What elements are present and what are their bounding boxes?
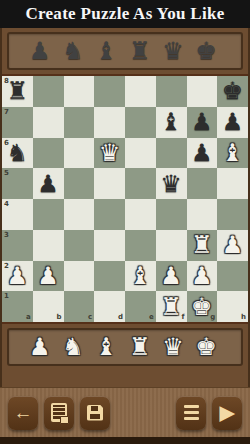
- square-f5[interactable]: ♛: [156, 168, 187, 199]
- square-a2[interactable]: 2♟: [2, 261, 33, 292]
- square-b1[interactable]: b: [33, 291, 64, 322]
- square-c4[interactable]: [64, 199, 95, 230]
- tray-white-king[interactable]: ♚: [195, 335, 217, 359]
- bottom-edge: [0, 437, 250, 444]
- floppy-disk-icon: [87, 405, 103, 421]
- piece-white-pawn-h3[interactable]: ♟: [222, 233, 244, 257]
- square-g4[interactable]: [187, 199, 218, 230]
- white-piece-tray: ♟♞♝♜♛♚: [7, 328, 243, 366]
- piece-white-rook-f1[interactable]: ♜: [160, 295, 182, 319]
- square-h2[interactable]: [217, 261, 248, 292]
- square-b2[interactable]: ♟: [33, 261, 64, 292]
- square-e5[interactable]: [125, 168, 156, 199]
- tray-black-knight[interactable]: ♞: [62, 39, 84, 63]
- piece-white-bishop-e2[interactable]: ♝: [130, 264, 152, 288]
- tray-black-king[interactable]: ♚: [195, 39, 217, 63]
- rank-label-1: 1: [4, 292, 9, 300]
- tray-black-pawn[interactable]: ♟: [29, 39, 51, 63]
- rank-label-5: 5: [4, 169, 9, 177]
- piece-white-bishop-h6[interactable]: ♝: [222, 141, 244, 165]
- square-c3[interactable]: [64, 230, 95, 261]
- square-g3[interactable]: ♜: [187, 230, 218, 261]
- square-f2[interactable]: ♟: [156, 261, 187, 292]
- puzzle-editor-area: ♟♞♝♜♛♚ 8♜♚7♝♟♟6♞♛♟♝5♟♛43♜♟2♟♟♝♟♟1abcdef♜…: [0, 28, 250, 387]
- piece-black-king-h8[interactable]: ♚: [222, 79, 244, 103]
- square-d3[interactable]: [94, 230, 125, 261]
- square-g7[interactable]: ♟: [187, 107, 218, 138]
- file-label-c: c: [88, 313, 92, 321]
- square-d8[interactable]: [94, 76, 125, 107]
- square-d2[interactable]: [94, 261, 125, 292]
- square-c2[interactable]: [64, 261, 95, 292]
- square-f7[interactable]: ♝: [156, 107, 187, 138]
- square-a4[interactable]: 4: [2, 199, 33, 230]
- square-h8[interactable]: ♚: [217, 76, 248, 107]
- back-button[interactable]: ←: [8, 396, 38, 430]
- piece-black-pawn-g6[interactable]: ♟: [191, 141, 213, 165]
- back-arrow-icon: ←: [14, 403, 33, 422]
- piece-black-rook-a8[interactable]: ♜: [7, 79, 29, 103]
- square-c5[interactable]: [64, 168, 95, 199]
- square-e3[interactable]: [125, 230, 156, 261]
- square-a3[interactable]: 3: [2, 230, 33, 261]
- rank-label-7: 7: [4, 108, 9, 116]
- toolbar: ←▶: [0, 387, 250, 437]
- square-g2[interactable]: ♟: [187, 261, 218, 292]
- piece-white-pawn-b2[interactable]: ♟: [37, 264, 59, 288]
- piece-white-pawn-f2[interactable]: ♟: [160, 264, 182, 288]
- page-title: Create Puzzle As You Like: [25, 4, 224, 24]
- tray-white-queen[interactable]: ♛: [162, 335, 184, 359]
- square-d6[interactable]: ♛: [94, 138, 125, 169]
- tray-black-queen[interactable]: ♛: [162, 39, 184, 63]
- menu-button[interactable]: [176, 396, 206, 430]
- square-e4[interactable]: [125, 199, 156, 230]
- tray-white-rook[interactable]: ♜: [129, 335, 151, 359]
- square-h7[interactable]: ♟: [217, 107, 248, 138]
- black-tray-zone: ♟♞♝♜♛♚: [2, 28, 248, 74]
- wood-spacer: [2, 370, 248, 387]
- square-d7[interactable]: [94, 107, 125, 138]
- square-e2[interactable]: ♝: [125, 261, 156, 292]
- square-e6[interactable]: [125, 138, 156, 169]
- square-a5[interactable]: 5: [2, 168, 33, 199]
- square-g5[interactable]: [187, 168, 218, 199]
- square-h5[interactable]: [217, 168, 248, 199]
- square-h3[interactable]: ♟: [217, 230, 248, 261]
- square-h6[interactable]: ♝: [217, 138, 248, 169]
- square-b7[interactable]: [33, 107, 64, 138]
- square-d4[interactable]: [94, 199, 125, 230]
- file-label-b: b: [56, 313, 61, 321]
- notes-icon: [51, 403, 67, 422]
- square-a7[interactable]: 7: [2, 107, 33, 138]
- square-c7[interactable]: [64, 107, 95, 138]
- square-b4[interactable]: [33, 199, 64, 230]
- file-label-f: f: [181, 313, 184, 321]
- black-piece-tray: ♟♞♝♜♛♚: [7, 32, 243, 70]
- square-c8[interactable]: [64, 76, 95, 107]
- square-b8[interactable]: [33, 76, 64, 107]
- piece-white-rook-g3[interactable]: ♜: [191, 233, 213, 257]
- square-a6[interactable]: 6♞: [2, 138, 33, 169]
- square-c1[interactable]: c: [64, 291, 95, 322]
- square-e7[interactable]: [125, 107, 156, 138]
- square-b5[interactable]: ♟: [33, 168, 64, 199]
- piece-black-pawn-b5[interactable]: ♟: [37, 172, 59, 196]
- tray-white-bishop[interactable]: ♝: [96, 335, 118, 359]
- piece-black-queen-f5[interactable]: ♛: [160, 172, 182, 196]
- square-f1[interactable]: f♜: [156, 291, 187, 322]
- notes-button[interactable]: [44, 396, 74, 430]
- white-tray-zone: ♟♞♝♜♛♚: [2, 324, 248, 370]
- square-b3[interactable]: [33, 230, 64, 261]
- play-button[interactable]: ▶: [212, 396, 242, 430]
- square-e1[interactable]: e: [125, 291, 156, 322]
- square-h1[interactable]: h: [217, 291, 248, 322]
- title-bar: Create Puzzle As You Like: [0, 0, 250, 28]
- square-d5[interactable]: [94, 168, 125, 199]
- piece-white-pawn-g2[interactable]: ♟: [191, 264, 213, 288]
- square-a8[interactable]: 8♜: [2, 76, 33, 107]
- chess-board: 8♜♚7♝♟♟6♞♛♟♝5♟♛43♜♟2♟♟♝♟♟1abcdef♜g♚h: [2, 76, 248, 322]
- square-d1[interactable]: d: [94, 291, 125, 322]
- piece-black-pawn-h7[interactable]: ♟: [222, 110, 244, 134]
- square-f8[interactable]: [156, 76, 187, 107]
- tray-black-bishop[interactable]: ♝: [96, 39, 118, 63]
- rank-label-3: 3: [4, 231, 9, 239]
- piece-black-knight-a6[interactable]: ♞: [7, 141, 29, 165]
- file-label-e: e: [149, 313, 154, 321]
- tray-white-knight[interactable]: ♞: [62, 335, 84, 359]
- hamburger-menu-icon: [184, 405, 199, 420]
- tray-white-pawn[interactable]: ♟: [29, 335, 51, 359]
- piece-black-bishop-f7[interactable]: ♝: [160, 110, 182, 134]
- square-g8[interactable]: [187, 76, 218, 107]
- piece-white-king-g1[interactable]: ♚: [191, 295, 213, 319]
- piece-white-pawn-a2[interactable]: ♟: [7, 264, 29, 288]
- square-g1[interactable]: g♚: [187, 291, 218, 322]
- file-label-h: h: [241, 313, 246, 321]
- piece-black-pawn-g7[interactable]: ♟: [191, 110, 213, 134]
- square-f6[interactable]: [156, 138, 187, 169]
- file-label-d: d: [118, 313, 123, 321]
- tray-black-rook[interactable]: ♜: [129, 39, 151, 63]
- square-c6[interactable]: [64, 138, 95, 169]
- play-icon: ▶: [220, 403, 235, 422]
- app-window: Create Puzzle As You Like ♟♞♝♜♛♚ 8♜♚7♝♟♟…: [0, 0, 250, 444]
- file-label-a: a: [26, 313, 31, 321]
- rank-label-4: 4: [4, 200, 9, 208]
- square-f3[interactable]: [156, 230, 187, 261]
- square-e8[interactable]: [125, 76, 156, 107]
- piece-white-queen-d6[interactable]: ♛: [99, 141, 121, 165]
- square-g6[interactable]: ♟: [187, 138, 218, 169]
- square-a1[interactable]: 1a: [2, 291, 33, 322]
- board-frame: 8♜♚7♝♟♟6♞♛♟♝5♟♛43♜♟2♟♟♝♟♟1abcdef♜g♚h: [2, 74, 248, 324]
- save-button[interactable]: [80, 396, 110, 430]
- square-h4[interactable]: [217, 199, 248, 230]
- square-f4[interactable]: [156, 199, 187, 230]
- square-b6[interactable]: [33, 138, 64, 169]
